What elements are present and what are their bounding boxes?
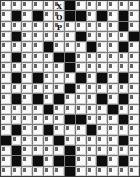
black-cell-r5c1 <box>12 53 22 62</box>
black-cell-r14c1 <box>12 146 22 155</box>
cell-r15c7[interactable] <box>76 156 86 165</box>
black-cell-r3c12 <box>129 32 139 41</box>
cell-r4c7[interactable] <box>76 42 86 51</box>
cell-r6c11[interactable] <box>119 63 129 72</box>
black-cell-r13c11 <box>119 136 129 145</box>
cell-r14c9[interactable] <box>97 146 107 155</box>
cell-r0c10[interactable] <box>108 1 118 10</box>
cell-r8c10[interactable] <box>108 84 118 93</box>
cell-r1c12[interactable] <box>129 11 139 20</box>
cell-r5c12[interactable] <box>129 53 139 62</box>
cell-r10c6[interactable] <box>65 105 75 114</box>
cell-r14c4[interactable] <box>44 146 54 155</box>
codeword-grid: XOP <box>0 0 140 177</box>
cell-r3c10[interactable] <box>108 32 118 41</box>
cell-r10c0[interactable] <box>1 105 11 114</box>
given-letter-P: P <box>54 23 64 31</box>
cell-r15c8[interactable] <box>87 156 97 165</box>
black-cell-r16c6 <box>65 167 75 176</box>
black-cell-r1c6 <box>65 11 75 20</box>
cell-r5c3[interactable] <box>33 53 43 62</box>
cell-r13c6[interactable] <box>65 136 75 145</box>
cell-r3c3[interactable] <box>33 32 43 41</box>
cell-r7c6[interactable] <box>65 73 75 82</box>
cell-r3c5[interactable] <box>54 32 64 41</box>
cell-r5c2[interactable] <box>22 53 32 62</box>
cell-r6c7[interactable] <box>76 63 86 72</box>
cell-r11c2[interactable] <box>22 115 32 124</box>
cell-r14c10[interactable] <box>108 146 118 155</box>
cell-r4c1[interactable] <box>12 42 22 51</box>
black-cell-r5c5 <box>54 53 64 62</box>
cell-r15c0[interactable] <box>1 156 11 165</box>
black-cell-r11c11 <box>119 115 129 124</box>
black-cell-r11c6 <box>65 115 75 124</box>
cell-r0c12[interactable] <box>129 1 139 10</box>
black-cell-r4c11 <box>119 42 129 51</box>
cell-r15c10[interactable] <box>108 156 118 165</box>
cell-r14c11[interactable] <box>119 146 129 155</box>
cell-r7c12[interactable] <box>129 73 139 82</box>
cell-r0c5[interactable]: X <box>54 1 64 10</box>
cell-r2c4[interactable] <box>44 22 54 31</box>
cell-r3c6[interactable] <box>65 32 75 41</box>
cell-r13c7[interactable] <box>76 136 86 145</box>
cell-r7c2[interactable] <box>22 73 32 82</box>
cell-r13c8[interactable] <box>87 136 97 145</box>
cell-r2c5[interactable]: P <box>54 22 64 31</box>
cell-r13c3[interactable] <box>33 136 43 145</box>
cell-r16c2[interactable] <box>22 167 32 176</box>
cell-r5c11[interactable] <box>119 53 129 62</box>
cell-r12c12[interactable] <box>129 125 139 134</box>
cell-r0c11[interactable] <box>119 1 129 10</box>
cell-r11c9[interactable] <box>97 115 107 124</box>
cell-r12c6[interactable] <box>65 125 75 134</box>
black-cell-r7c9 <box>97 73 107 82</box>
cell-r6c9[interactable] <box>97 63 107 72</box>
cell-r6c1[interactable] <box>12 63 22 72</box>
black-cell-r6c6 <box>65 63 75 72</box>
black-cell-r9c11 <box>119 94 129 103</box>
cell-r3c0[interactable] <box>1 32 11 41</box>
cell-r10c9[interactable] <box>97 105 107 114</box>
cell-r12c11[interactable] <box>119 125 129 134</box>
cell-r9c4[interactable] <box>44 94 54 103</box>
cell-r0c4[interactable] <box>44 1 54 10</box>
cell-r13c9[interactable] <box>97 136 107 145</box>
cell-r9c10[interactable] <box>108 94 118 103</box>
black-cell-r2c11 <box>119 22 129 31</box>
black-cell-r8c6 <box>65 84 75 93</box>
cell-r6c4[interactable] <box>44 63 54 72</box>
cell-r8c8[interactable] <box>87 84 97 93</box>
cell-r14c0[interactable] <box>1 146 11 155</box>
cell-r1c8[interactable] <box>87 11 97 20</box>
black-cell-r9c1 <box>12 94 22 103</box>
black-cell-r15c6 <box>65 156 75 165</box>
black-cell-r15c11 <box>119 156 129 165</box>
black-cell-r7c3 <box>33 73 43 82</box>
cell-r16c8[interactable] <box>87 167 97 176</box>
cell-r6c8[interactable] <box>87 63 97 72</box>
cell-r2c6[interactable] <box>65 22 75 31</box>
cell-r9c12[interactable] <box>129 94 139 103</box>
cell-r13c1[interactable] <box>12 136 22 145</box>
black-cell-r9c5 <box>54 94 64 103</box>
cell-r5c7[interactable] <box>76 53 86 62</box>
cell-r1c2[interactable] <box>22 11 32 20</box>
black-cell-r0c6 <box>65 1 75 10</box>
cell-r10c2[interactable] <box>22 105 32 114</box>
cell-r8c3[interactable] <box>33 84 43 93</box>
cell-r5c4[interactable] <box>44 53 54 62</box>
cell-r6c3[interactable] <box>33 63 43 72</box>
black-cell-r12c1 <box>12 125 22 134</box>
cell-r16c4[interactable] <box>44 167 54 176</box>
cell-r3c4[interactable] <box>44 32 54 41</box>
cell-r6c0[interactable] <box>1 63 11 72</box>
cell-r12c0[interactable] <box>1 125 11 134</box>
cell-r7c4[interactable] <box>44 73 54 82</box>
black-cell-r7c1 <box>12 73 22 82</box>
cell-r1c10[interactable] <box>108 11 118 20</box>
given-letter-O: O <box>54 13 64 21</box>
cell-r4c6[interactable] <box>65 42 75 51</box>
cell-r13c12[interactable] <box>129 136 139 145</box>
black-cell-r3c7 <box>76 32 86 41</box>
black-cell-r10c4 <box>44 105 54 114</box>
cell-r14c5[interactable] <box>54 146 64 155</box>
cell-r13c10[interactable] <box>108 136 118 145</box>
cell-r5c0[interactable] <box>1 53 11 62</box>
cell-r12c5[interactable] <box>54 125 64 134</box>
black-cell-r12c4 <box>44 125 54 134</box>
cell-r11c5[interactable] <box>54 115 64 124</box>
cell-r9c0[interactable] <box>1 94 11 103</box>
cell-r4c2[interactable] <box>22 42 32 51</box>
cell-r11c4[interactable] <box>44 115 54 124</box>
cell-r5c9[interactable] <box>97 53 107 62</box>
black-cell-r15c1 <box>12 156 22 165</box>
cell-r6c2[interactable] <box>22 63 32 72</box>
cell-r9c7[interactable] <box>76 94 86 103</box>
cell-r2c12[interactable] <box>129 22 139 31</box>
cell-r4c3[interactable] <box>33 42 43 51</box>
black-cell-r15c9 <box>97 156 107 165</box>
cell-r12c9[interactable] <box>97 125 107 134</box>
cell-r9c6[interactable] <box>65 94 75 103</box>
black-cell-r1c9 <box>97 11 107 20</box>
cell-r15c12[interactable] <box>129 156 139 165</box>
cell-r11c3[interactable] <box>33 115 43 124</box>
cell-r4c0[interactable] <box>1 42 11 51</box>
cell-r3c8[interactable] <box>87 32 97 41</box>
cell-r3c2[interactable] <box>22 32 32 41</box>
cell-r10c7[interactable] <box>76 105 86 114</box>
cell-r10c11[interactable] <box>119 105 129 114</box>
cell-r8c2[interactable] <box>22 84 32 93</box>
cell-r2c3[interactable] <box>33 22 43 31</box>
cell-r4c5[interactable] <box>54 42 64 51</box>
cell-r5c8[interactable] <box>87 53 97 62</box>
black-cell-r5c6 <box>65 53 75 62</box>
cell-r7c0[interactable] <box>1 73 11 82</box>
cell-r12c7[interactable] <box>76 125 86 134</box>
cell-r10c8[interactable] <box>87 105 97 114</box>
cell-r14c2[interactable] <box>22 146 32 155</box>
cell-r16c10[interactable] <box>108 167 118 176</box>
black-cell-r12c8 <box>87 125 97 134</box>
cell-r7c8[interactable] <box>87 73 97 82</box>
cell-r14c3[interactable] <box>33 146 43 155</box>
cell-r8c12[interactable] <box>129 84 139 93</box>
cell-r12c3[interactable] <box>33 125 43 134</box>
cell-r16c5[interactable] <box>54 167 64 176</box>
black-cell-r11c7 <box>76 115 86 124</box>
cell-r4c12[interactable] <box>129 42 139 51</box>
black-cell-r4c8 <box>87 42 97 51</box>
cell-r11c10[interactable] <box>108 115 118 124</box>
cell-r0c8[interactable] <box>87 1 97 10</box>
black-cell-r15c3 <box>33 156 43 165</box>
cell-r7c10[interactable] <box>108 73 118 82</box>
cell-r16c3[interactable] <box>33 167 43 176</box>
cell-r8c11[interactable] <box>119 84 129 93</box>
cell-r4c9[interactable] <box>97 42 107 51</box>
cell-r8c1[interactable] <box>12 84 22 93</box>
cell-r15c2[interactable] <box>22 156 32 165</box>
cell-r7c5[interactable] <box>54 73 64 82</box>
cell-r2c0[interactable] <box>1 22 11 31</box>
black-cell-r1c7 <box>76 11 86 20</box>
cell-r0c7[interactable] <box>76 1 86 10</box>
cell-r2c1[interactable] <box>12 22 22 31</box>
black-cell-r14c6 <box>65 146 75 155</box>
cell-r14c8[interactable] <box>87 146 97 155</box>
cell-r2c8[interactable] <box>87 22 97 31</box>
black-cell-r3c1 <box>12 32 22 41</box>
cell-r13c4[interactable] <box>44 136 54 145</box>
cell-r12c10[interactable] <box>108 125 118 134</box>
cell-r3c11[interactable] <box>119 32 129 41</box>
cell-r16c12[interactable] <box>129 167 139 176</box>
cell-r11c12[interactable] <box>129 115 139 124</box>
cell-r8c9[interactable] <box>97 84 107 93</box>
cell-r10c1[interactable] <box>12 105 22 114</box>
cell-r16c1[interactable] <box>12 167 22 176</box>
cell-r11c0[interactable] <box>1 115 11 124</box>
black-cell-r4c4 <box>44 42 54 51</box>
cell-r10c12[interactable] <box>129 105 139 114</box>
black-cell-r9c9 <box>97 94 107 103</box>
cell-r16c7[interactable] <box>76 167 86 176</box>
black-cell-r13c0 <box>1 136 11 145</box>
cell-r8c4[interactable] <box>44 84 54 93</box>
cell-r16c9[interactable] <box>97 167 107 176</box>
cell-r2c9[interactable] <box>97 22 107 31</box>
cell-r4c10[interactable] <box>108 42 118 51</box>
black-cell-r9c3 <box>33 94 43 103</box>
cell-r14c7[interactable] <box>76 146 86 155</box>
black-cell-r7c7 <box>76 73 86 82</box>
cell-r15c4[interactable] <box>44 156 54 165</box>
cell-r8c5[interactable] <box>54 84 64 93</box>
cell-r14c12[interactable] <box>129 146 139 155</box>
cell-r13c2[interactable] <box>22 136 32 145</box>
cell-r8c7[interactable] <box>76 84 86 93</box>
cell-r1c0[interactable] <box>1 11 11 20</box>
cell-r6c10[interactable] <box>108 63 118 72</box>
cell-r0c1[interactable] <box>12 1 22 10</box>
cell-r0c9[interactable] <box>97 1 107 10</box>
cell-r5c10[interactable] <box>108 53 118 62</box>
cell-r2c7[interactable] <box>76 22 86 31</box>
cell-r11c1[interactable] <box>12 115 22 124</box>
cell-r8c0[interactable] <box>1 84 11 93</box>
black-cell-r15c5 <box>54 156 64 165</box>
cell-r6c5[interactable] <box>54 63 64 72</box>
black-cell-r1c11 <box>119 11 129 20</box>
cell-r16c0[interactable] <box>1 167 11 176</box>
codeword-puzzle: XOP <box>0 0 140 177</box>
cell-r10c5[interactable] <box>54 105 64 114</box>
cell-r11c8[interactable] <box>87 115 97 124</box>
black-cell-r13c5 <box>54 136 64 145</box>
black-cell-r1c1 <box>12 11 22 20</box>
cell-r16c11[interactable] <box>119 167 129 176</box>
cell-r1c4[interactable] <box>44 11 54 20</box>
cell-r1c5[interactable]: O <box>54 11 64 20</box>
cell-r9c2[interactable] <box>22 94 32 103</box>
black-cell-r10c10 <box>108 105 118 114</box>
given-letter-X: X <box>54 2 64 10</box>
cell-r10c3[interactable] <box>33 105 43 114</box>
black-cell-r7c11 <box>119 73 129 82</box>
cell-r0c0[interactable] <box>1 1 11 10</box>
cell-r9c8[interactable] <box>87 94 97 103</box>
cell-r6c12[interactable] <box>129 63 139 72</box>
cell-r0c2[interactable] <box>22 1 32 10</box>
cell-r0c3[interactable] <box>33 1 43 10</box>
cell-r2c10[interactable] <box>108 22 118 31</box>
cell-r12c2[interactable] <box>22 125 32 134</box>
cell-r2c2[interactable] <box>22 22 32 31</box>
cell-r3c9[interactable] <box>97 32 107 41</box>
black-cell-r1c3 <box>33 11 43 20</box>
